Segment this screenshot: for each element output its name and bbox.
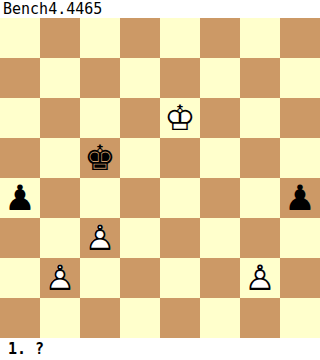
square-b4[interactable] <box>40 178 80 218</box>
square-h4[interactable]: ♟ <box>280 178 320 218</box>
square-h7[interactable] <box>280 58 320 98</box>
square-e4[interactable] <box>160 178 200 218</box>
square-e6[interactable]: ♚♔ <box>160 98 200 138</box>
square-h6[interactable] <box>280 98 320 138</box>
square-b1[interactable] <box>40 298 80 338</box>
square-d2[interactable] <box>120 258 160 298</box>
white-pawn: ♟♙ <box>40 258 80 298</box>
square-c7[interactable] <box>80 58 120 98</box>
square-a8[interactable] <box>0 18 40 58</box>
square-e8[interactable] <box>160 18 200 58</box>
square-e3[interactable] <box>160 218 200 258</box>
square-f8[interactable] <box>200 18 240 58</box>
square-f4[interactable] <box>200 178 240 218</box>
square-h1[interactable] <box>280 298 320 338</box>
square-b8[interactable] <box>40 18 80 58</box>
square-h3[interactable] <box>280 218 320 258</box>
square-e7[interactable] <box>160 58 200 98</box>
title-bar: Bench4.4465 <box>0 0 320 18</box>
square-g2[interactable]: ♟♙ <box>240 258 280 298</box>
square-g5[interactable] <box>240 138 280 178</box>
square-h8[interactable] <box>280 18 320 58</box>
square-h2[interactable] <box>280 258 320 298</box>
square-d3[interactable] <box>120 218 160 258</box>
white-king: ♚♔ <box>160 98 200 138</box>
square-g6[interactable] <box>240 98 280 138</box>
square-b3[interactable] <box>40 218 80 258</box>
square-d5[interactable] <box>120 138 160 178</box>
square-b6[interactable] <box>40 98 80 138</box>
black-king: ♚ <box>80 138 120 178</box>
white-pawn: ♟♙ <box>240 258 280 298</box>
square-a3[interactable] <box>0 218 40 258</box>
square-g8[interactable] <box>240 18 280 58</box>
square-c6[interactable] <box>80 98 120 138</box>
square-f3[interactable] <box>200 218 240 258</box>
square-b7[interactable] <box>40 58 80 98</box>
square-f6[interactable] <box>200 98 240 138</box>
square-f7[interactable] <box>200 58 240 98</box>
square-a6[interactable] <box>0 98 40 138</box>
square-a7[interactable] <box>0 58 40 98</box>
square-e2[interactable] <box>160 258 200 298</box>
square-g1[interactable] <box>240 298 280 338</box>
position-title: Bench4.4465 <box>0 0 102 18</box>
square-d4[interactable] <box>120 178 160 218</box>
square-b2[interactable]: ♟♙ <box>40 258 80 298</box>
square-h5[interactable] <box>280 138 320 178</box>
square-b5[interactable] <box>40 138 80 178</box>
square-d8[interactable] <box>120 18 160 58</box>
square-g3[interactable] <box>240 218 280 258</box>
square-d7[interactable] <box>120 58 160 98</box>
square-c5[interactable]: ♚ <box>80 138 120 178</box>
square-e5[interactable] <box>160 138 200 178</box>
square-c8[interactable] <box>80 18 120 58</box>
square-g4[interactable] <box>240 178 280 218</box>
square-f2[interactable] <box>200 258 240 298</box>
square-c2[interactable] <box>80 258 120 298</box>
black-pawn: ♟ <box>280 178 320 218</box>
chess-board: ♚♔♚♟♟♟♙♟♙♟♙ <box>0 18 320 338</box>
square-a1[interactable] <box>0 298 40 338</box>
square-a2[interactable] <box>0 258 40 298</box>
square-f1[interactable] <box>200 298 240 338</box>
move-prompt: 1. ? <box>0 340 44 358</box>
status-bar: 1. ? <box>0 338 320 360</box>
white-pawn: ♟♙ <box>80 218 120 258</box>
square-a4[interactable]: ♟ <box>0 178 40 218</box>
square-d1[interactable] <box>120 298 160 338</box>
square-c4[interactable] <box>80 178 120 218</box>
square-c3[interactable]: ♟♙ <box>80 218 120 258</box>
square-c1[interactable] <box>80 298 120 338</box>
square-f5[interactable] <box>200 138 240 178</box>
square-d6[interactable] <box>120 98 160 138</box>
black-pawn: ♟ <box>0 178 40 218</box>
square-e1[interactable] <box>160 298 200 338</box>
square-g7[interactable] <box>240 58 280 98</box>
square-a5[interactable] <box>0 138 40 178</box>
